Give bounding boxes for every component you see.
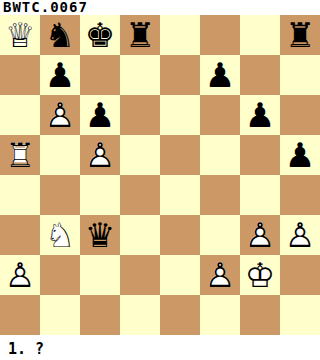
square-c3[interactable]: ♛ [80, 215, 120, 255]
square-f5[interactable] [200, 135, 240, 175]
square-f2[interactable]: ♟♙ [200, 255, 240, 295]
square-c8[interactable]: ♚ [80, 15, 120, 55]
square-c1[interactable] [80, 295, 120, 335]
piece-white-rook-icon: ♜♖ [0, 135, 40, 175]
square-g1[interactable] [240, 295, 280, 335]
problem-title: BWTC.0067 [0, 0, 320, 15]
square-h8[interactable]: ♜ [280, 15, 320, 55]
square-e8[interactable] [160, 15, 200, 55]
square-h6[interactable] [280, 95, 320, 135]
square-g8[interactable] [240, 15, 280, 55]
square-g5[interactable] [240, 135, 280, 175]
square-h7[interactable] [280, 55, 320, 95]
square-b8[interactable]: ♞ [40, 15, 80, 55]
square-e3[interactable] [160, 215, 200, 255]
square-d6[interactable] [120, 95, 160, 135]
square-e6[interactable] [160, 95, 200, 135]
square-b5[interactable] [40, 135, 80, 175]
square-a1[interactable] [0, 295, 40, 335]
square-f6[interactable] [200, 95, 240, 135]
square-e7[interactable] [160, 55, 200, 95]
piece-black-pawn-icon: ♟ [40, 55, 80, 95]
square-g2[interactable]: ♚♔ [240, 255, 280, 295]
piece-white-king-icon: ♚♔ [240, 255, 280, 295]
piece-black-pawn-icon: ♟ [240, 95, 280, 135]
square-d5[interactable] [120, 135, 160, 175]
square-d8[interactable]: ♜ [120, 15, 160, 55]
square-c7[interactable] [80, 55, 120, 95]
square-b6[interactable]: ♟♙ [40, 95, 80, 135]
square-h2[interactable] [280, 255, 320, 295]
square-c2[interactable] [80, 255, 120, 295]
square-h4[interactable] [280, 175, 320, 215]
square-d4[interactable] [120, 175, 160, 215]
square-f4[interactable] [200, 175, 240, 215]
square-g7[interactable] [240, 55, 280, 95]
square-d3[interactable] [120, 215, 160, 255]
piece-white-knight-icon: ♞♘ [40, 215, 80, 255]
square-b4[interactable] [40, 175, 80, 215]
square-a7[interactable] [0, 55, 40, 95]
piece-white-pawn-icon: ♟♙ [280, 215, 320, 255]
square-a5[interactable]: ♜♖ [0, 135, 40, 175]
square-a3[interactable] [0, 215, 40, 255]
piece-black-rook-icon: ♜ [280, 15, 320, 55]
square-e2[interactable] [160, 255, 200, 295]
piece-white-pawn-icon: ♟♙ [200, 255, 240, 295]
square-g6[interactable]: ♟ [240, 95, 280, 135]
square-g3[interactable]: ♟♙ [240, 215, 280, 255]
square-e4[interactable] [160, 175, 200, 215]
piece-black-pawn-icon: ♟ [80, 95, 120, 135]
chess-problem-viewer: BWTC.0067 ♛♕♞♚♜♜♟♟♟♙♟♟♜♖♟♙♟♞♘♛♟♙♟♙♟♙♟♙♚♔… [0, 0, 320, 360]
square-e5[interactable] [160, 135, 200, 175]
square-d1[interactable] [120, 295, 160, 335]
square-f3[interactable] [200, 215, 240, 255]
piece-black-rook-icon: ♜ [120, 15, 160, 55]
square-h3[interactable]: ♟♙ [280, 215, 320, 255]
square-a2[interactable]: ♟♙ [0, 255, 40, 295]
square-a6[interactable] [0, 95, 40, 135]
square-d7[interactable] [120, 55, 160, 95]
square-h5[interactable]: ♟ [280, 135, 320, 175]
square-e1[interactable] [160, 295, 200, 335]
piece-black-knight-icon: ♞ [40, 15, 80, 55]
piece-white-pawn-icon: ♟♙ [0, 255, 40, 295]
square-b1[interactable] [40, 295, 80, 335]
square-d2[interactable] [120, 255, 160, 295]
square-a4[interactable] [0, 175, 40, 215]
piece-black-pawn-icon: ♟ [200, 55, 240, 95]
piece-black-king-icon: ♚ [80, 15, 120, 55]
square-c5[interactable]: ♟♙ [80, 135, 120, 175]
square-h1[interactable] [280, 295, 320, 335]
piece-black-pawn-icon: ♟ [280, 135, 320, 175]
square-b7[interactable]: ♟ [40, 55, 80, 95]
square-g4[interactable] [240, 175, 280, 215]
square-b3[interactable]: ♞♘ [40, 215, 80, 255]
piece-white-pawn-icon: ♟♙ [240, 215, 280, 255]
square-b2[interactable] [40, 255, 80, 295]
square-f8[interactable] [200, 15, 240, 55]
square-c4[interactable] [80, 175, 120, 215]
square-c6[interactable]: ♟ [80, 95, 120, 135]
piece-white-pawn-icon: ♟♙ [80, 135, 120, 175]
piece-white-queen-icon: ♛♕ [0, 15, 40, 55]
square-f1[interactable] [200, 295, 240, 335]
piece-white-pawn-icon: ♟♙ [40, 95, 80, 135]
square-f7[interactable]: ♟ [200, 55, 240, 95]
square-a8[interactable]: ♛♕ [0, 15, 40, 55]
piece-black-queen-icon: ♛ [80, 215, 120, 255]
move-prompt: 1. ? [0, 335, 320, 358]
chess-board: ♛♕♞♚♜♜♟♟♟♙♟♟♜♖♟♙♟♞♘♛♟♙♟♙♟♙♟♙♚♔ [0, 15, 320, 335]
